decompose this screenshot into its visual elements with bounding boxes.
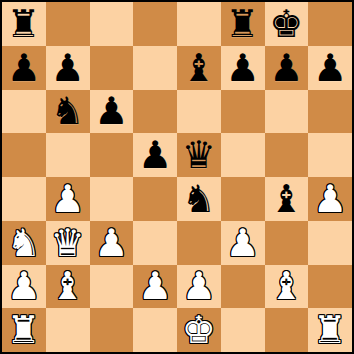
square-c1[interactable]: [90, 308, 134, 352]
square-e3[interactable]: [177, 221, 221, 265]
square-c4[interactable]: [90, 177, 134, 221]
square-h4[interactable]: ♟: [308, 177, 352, 221]
square-b4[interactable]: ♟: [46, 177, 90, 221]
white-rook-icon-a1[interactable]: ♜: [7, 311, 41, 349]
square-g3[interactable]: [265, 221, 309, 265]
square-b5[interactable]: [46, 133, 90, 177]
square-a5[interactable]: [2, 133, 46, 177]
square-h5[interactable]: [308, 133, 352, 177]
square-b8[interactable]: [46, 2, 90, 46]
square-e8[interactable]: [177, 2, 221, 46]
white-rook-icon-h1[interactable]: ♜: [313, 311, 347, 349]
square-a2[interactable]: ♟: [2, 265, 46, 309]
square-b6[interactable]: ♞: [46, 90, 90, 134]
black-knight-icon-b6[interactable]: ♞: [51, 92, 85, 130]
black-queen-icon-e5[interactable]: ♛: [182, 136, 216, 174]
black-rook-icon-f8[interactable]: ♜: [226, 5, 260, 43]
square-b7[interactable]: ♟: [46, 46, 90, 90]
square-g5[interactable]: [265, 133, 309, 177]
square-h7[interactable]: ♟: [308, 46, 352, 90]
chess-board: ♜♜♚♟♟♝♟♟♟♞♟♟♛♟♞♝♟♞♛♟♟♟♝♟♟♝♜♚♜: [0, 0, 354, 354]
black-pawn-icon-b7[interactable]: ♟: [51, 49, 85, 87]
square-f5[interactable]: [221, 133, 265, 177]
square-a6[interactable]: [2, 90, 46, 134]
white-pawn-icon-f3[interactable]: ♟: [226, 224, 260, 262]
square-a1[interactable]: ♜: [2, 308, 46, 352]
square-c7[interactable]: [90, 46, 134, 90]
white-knight-icon-a3[interactable]: ♞: [7, 224, 41, 262]
white-pawn-icon-d2[interactable]: ♟: [138, 267, 172, 305]
square-d2[interactable]: ♟: [133, 265, 177, 309]
square-d7[interactable]: [133, 46, 177, 90]
square-g7[interactable]: ♟: [265, 46, 309, 90]
square-e4[interactable]: ♞: [177, 177, 221, 221]
square-d3[interactable]: [133, 221, 177, 265]
white-pawn-icon-b4[interactable]: ♟: [51, 180, 85, 218]
square-g4[interactable]: ♝: [265, 177, 309, 221]
black-pawn-icon-f7[interactable]: ♟: [226, 49, 260, 87]
square-b3[interactable]: ♛: [46, 221, 90, 265]
square-g1[interactable]: [265, 308, 309, 352]
black-pawn-icon-d5[interactable]: ♟: [138, 136, 172, 174]
square-e1[interactable]: ♚: [177, 308, 221, 352]
square-b2[interactable]: ♝: [46, 265, 90, 309]
white-queen-icon-b3[interactable]: ♛: [51, 224, 85, 262]
square-h8[interactable]: [308, 2, 352, 46]
black-pawn-icon-h7[interactable]: ♟: [313, 49, 347, 87]
square-h6[interactable]: [308, 90, 352, 134]
square-a4[interactable]: [2, 177, 46, 221]
square-c3[interactable]: ♟: [90, 221, 134, 265]
square-g2[interactable]: ♝: [265, 265, 309, 309]
black-knight-icon-e4[interactable]: ♞: [182, 180, 216, 218]
square-f2[interactable]: [221, 265, 265, 309]
square-f8[interactable]: ♜: [221, 2, 265, 46]
square-g8[interactable]: ♚: [265, 2, 309, 46]
black-pawn-icon-a7[interactable]: ♟: [7, 49, 41, 87]
black-bishop-icon-g4[interactable]: ♝: [269, 180, 303, 218]
square-a3[interactable]: ♞: [2, 221, 46, 265]
white-bishop-icon-g2[interactable]: ♝: [269, 267, 303, 305]
square-g6[interactable]: [265, 90, 309, 134]
square-f6[interactable]: [221, 90, 265, 134]
square-d6[interactable]: [133, 90, 177, 134]
white-pawn-icon-c3[interactable]: ♟: [94, 224, 128, 262]
square-e6[interactable]: [177, 90, 221, 134]
square-e2[interactable]: ♟: [177, 265, 221, 309]
square-h3[interactable]: [308, 221, 352, 265]
square-h1[interactable]: ♜: [308, 308, 352, 352]
square-d8[interactable]: [133, 2, 177, 46]
square-f4[interactable]: [221, 177, 265, 221]
square-c5[interactable]: [90, 133, 134, 177]
black-king-icon-g8[interactable]: ♚: [269, 5, 303, 43]
black-bishop-icon-e7[interactable]: ♝: [182, 49, 216, 87]
white-king-icon-e1[interactable]: ♚: [182, 311, 216, 349]
square-d1[interactable]: [133, 308, 177, 352]
black-rook-icon-a8[interactable]: ♜: [7, 5, 41, 43]
square-f3[interactable]: ♟: [221, 221, 265, 265]
white-pawn-icon-e2[interactable]: ♟: [182, 267, 216, 305]
square-f7[interactable]: ♟: [221, 46, 265, 90]
square-e7[interactable]: ♝: [177, 46, 221, 90]
square-d5[interactable]: ♟: [133, 133, 177, 177]
square-e5[interactable]: ♛: [177, 133, 221, 177]
square-h2[interactable]: [308, 265, 352, 309]
square-c2[interactable]: [90, 265, 134, 309]
white-pawn-icon-a2[interactable]: ♟: [7, 267, 41, 305]
black-pawn-icon-g7[interactable]: ♟: [269, 49, 303, 87]
square-a7[interactable]: ♟: [2, 46, 46, 90]
square-b1[interactable]: [46, 308, 90, 352]
black-pawn-icon-c6[interactable]: ♟: [94, 92, 128, 130]
square-f1[interactable]: [221, 308, 265, 352]
square-d4[interactable]: [133, 177, 177, 221]
white-bishop-icon-b2[interactable]: ♝: [51, 267, 85, 305]
white-pawn-icon-h4[interactable]: ♟: [313, 180, 347, 218]
square-c8[interactable]: [90, 2, 134, 46]
square-c6[interactable]: ♟: [90, 90, 134, 134]
square-a8[interactable]: ♜: [2, 2, 46, 46]
